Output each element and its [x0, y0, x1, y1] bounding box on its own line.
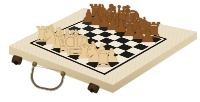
dark-pawn-piece[interactable]: ♟ [139, 27, 155, 45]
handle-bail [28, 66, 65, 93]
light-rook-piece[interactable]: ♜ [93, 47, 114, 70]
left-clasp [11, 55, 23, 66]
product-photo: ♜♞♝♛♚♝♞♜♟♟♟♟♟♟♟♟♟♟♟♟♟♟♟♟♜♞♝♛♚♝♞♜ [0, 0, 200, 102]
